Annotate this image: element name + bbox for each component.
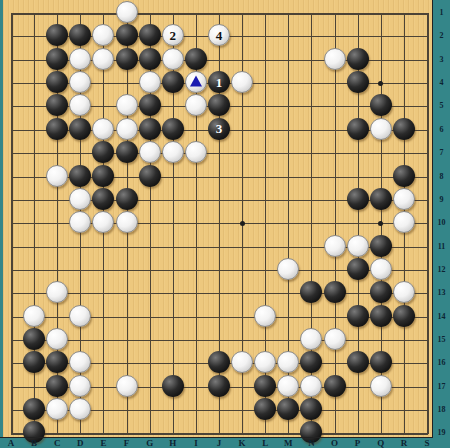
col-label-J: J — [209, 438, 229, 448]
white-stone-B14 — [23, 305, 45, 327]
white-stone-I4 — [185, 71, 207, 93]
white-stone-D4 — [69, 71, 91, 93]
row-label-13: 13 — [433, 288, 450, 297]
col-label-L: L — [255, 438, 275, 448]
black-stone-F7 — [116, 141, 138, 163]
row-label-4: 4 — [433, 78, 450, 87]
black-stone-P3 — [347, 48, 369, 70]
move-number-label: 3 — [208, 118, 230, 140]
star-point — [378, 221, 383, 226]
white-stone-F10 — [116, 211, 138, 233]
white-stone-Q12 — [370, 258, 392, 280]
row-label-2: 2 — [433, 31, 450, 40]
white-stone-D9 — [69, 188, 91, 210]
row-label-8: 8 — [433, 172, 450, 181]
white-stone-Q6 — [370, 118, 392, 140]
black-stone-E9 — [92, 188, 114, 210]
black-stone-F3 — [116, 48, 138, 70]
white-stone-C13 — [46, 281, 68, 303]
black-stone-E8 — [92, 165, 114, 187]
go-board[interactable]: 2413 — [3, 0, 432, 437]
white-stone-K16 — [231, 351, 253, 373]
black-stone-Q9 — [370, 188, 392, 210]
col-label-S: S — [417, 438, 437, 448]
black-stone-O13 — [324, 281, 346, 303]
star-point — [240, 221, 245, 226]
white-stone-E3 — [92, 48, 114, 70]
black-stone-C3 — [46, 48, 68, 70]
black-stone-H4 — [162, 71, 184, 93]
black-stone-Q13 — [370, 281, 392, 303]
row-label-12: 12 — [433, 265, 450, 274]
black-stone-C6 — [46, 118, 68, 140]
black-stone-Q16 — [370, 351, 392, 373]
col-label-F: F — [117, 438, 137, 448]
move-number-label: 1 — [208, 71, 230, 93]
white-stone-J2: 4 — [208, 24, 230, 46]
triangle-marker-icon — [190, 76, 202, 87]
white-stone-H2: 2 — [162, 24, 184, 46]
white-stone-M16 — [277, 351, 299, 373]
go-diagram: 2413 ABCDEFGHIJKLMNOPQRS1234567891011121… — [0, 0, 450, 448]
white-stone-R9 — [393, 188, 415, 210]
black-stone-H6 — [162, 118, 184, 140]
black-stone-G5 — [139, 94, 161, 116]
white-stone-C15 — [46, 328, 68, 350]
black-stone-O17 — [324, 375, 346, 397]
grid-line-vertical — [427, 13, 429, 434]
black-stone-R14 — [393, 305, 415, 327]
black-stone-C4 — [46, 71, 68, 93]
black-stone-C2 — [46, 24, 68, 46]
row-label-11: 11 — [433, 242, 450, 251]
black-stone-R6 — [393, 118, 415, 140]
white-stone-I5 — [185, 94, 207, 116]
black-stone-G3 — [139, 48, 161, 70]
white-stone-D10 — [69, 211, 91, 233]
black-stone-N16 — [300, 351, 322, 373]
black-stone-C17 — [46, 375, 68, 397]
black-stone-M18 — [277, 398, 299, 420]
white-stone-E6 — [92, 118, 114, 140]
row-label-10: 10 — [433, 218, 450, 227]
white-stone-F5 — [116, 94, 138, 116]
white-stone-E10 — [92, 211, 114, 233]
white-stone-K4 — [231, 71, 253, 93]
white-stone-O15 — [324, 328, 346, 350]
row-label-15: 15 — [433, 335, 450, 344]
black-stone-P9 — [347, 188, 369, 210]
white-stone-C18 — [46, 398, 68, 420]
col-label-D: D — [70, 438, 90, 448]
black-stone-N13 — [300, 281, 322, 303]
row-label-19: 19 — [433, 428, 450, 437]
col-label-E: E — [93, 438, 113, 448]
white-stone-F1 — [116, 1, 138, 23]
black-stone-J17 — [208, 375, 230, 397]
grid-line-horizontal — [11, 340, 428, 341]
white-stone-Q17 — [370, 375, 392, 397]
black-stone-P16 — [347, 351, 369, 373]
white-stone-M12 — [277, 258, 299, 280]
white-stone-D14 — [69, 305, 91, 327]
black-stone-J16 — [208, 351, 230, 373]
col-label-I: I — [186, 438, 206, 448]
col-label-C: C — [47, 438, 67, 448]
white-stone-F6 — [116, 118, 138, 140]
black-stone-F9 — [116, 188, 138, 210]
white-stone-G7 — [139, 141, 161, 163]
white-stone-N15 — [300, 328, 322, 350]
white-stone-M17 — [277, 375, 299, 397]
white-stone-C8 — [46, 165, 68, 187]
black-stone-J6: 3 — [208, 118, 230, 140]
black-stone-F2 — [116, 24, 138, 46]
white-stone-D17 — [69, 375, 91, 397]
black-stone-B15 — [23, 328, 45, 350]
white-stone-G4 — [139, 71, 161, 93]
row-label-9: 9 — [433, 195, 450, 204]
grid-line-vertical — [335, 13, 336, 434]
move-number-label: 2 — [163, 25, 183, 45]
black-stone-E7 — [92, 141, 114, 163]
grid-line-horizontal — [11, 433, 428, 435]
row-label-17: 17 — [433, 382, 450, 391]
black-stone-P4 — [347, 71, 369, 93]
white-stone-N17 — [300, 375, 322, 397]
col-label-Q: Q — [371, 438, 391, 448]
black-stone-D6 — [69, 118, 91, 140]
col-label-K: K — [232, 438, 252, 448]
black-stone-L17 — [254, 375, 276, 397]
col-label-N: N — [301, 438, 321, 448]
white-stone-D3 — [69, 48, 91, 70]
black-stone-P12 — [347, 258, 369, 280]
white-stone-F17 — [116, 375, 138, 397]
black-stone-B18 — [23, 398, 45, 420]
row-label-5: 5 — [433, 101, 450, 110]
black-stone-N18 — [300, 398, 322, 420]
col-label-O: O — [325, 438, 345, 448]
col-label-B: B — [24, 438, 44, 448]
black-stone-G2 — [139, 24, 161, 46]
col-label-R: R — [394, 438, 414, 448]
white-stone-L14 — [254, 305, 276, 327]
black-stone-Q11 — [370, 235, 392, 257]
white-stone-D5 — [69, 94, 91, 116]
white-stone-O3 — [324, 48, 346, 70]
white-stone-H7 — [162, 141, 184, 163]
black-stone-H17 — [162, 375, 184, 397]
black-stone-B16 — [23, 351, 45, 373]
white-stone-R10 — [393, 211, 415, 233]
col-label-H: H — [163, 438, 183, 448]
white-stone-E2 — [92, 24, 114, 46]
grid-line-horizontal — [11, 293, 428, 294]
black-stone-R8 — [393, 165, 415, 187]
white-stone-O11 — [324, 235, 346, 257]
black-stone-I3 — [185, 48, 207, 70]
black-stone-G6 — [139, 118, 161, 140]
black-stone-C5 — [46, 94, 68, 116]
row-label-6: 6 — [433, 125, 450, 134]
white-stone-L16 — [254, 351, 276, 373]
white-stone-H3 — [162, 48, 184, 70]
white-stone-I7 — [185, 141, 207, 163]
black-stone-J4: 1 — [208, 71, 230, 93]
black-stone-P6 — [347, 118, 369, 140]
black-stone-G8 — [139, 165, 161, 187]
black-stone-D8 — [69, 165, 91, 187]
black-stone-Q14 — [370, 305, 392, 327]
black-stone-L18 — [254, 398, 276, 420]
white-stone-D18 — [69, 398, 91, 420]
col-label-G: G — [140, 438, 160, 448]
col-label-P: P — [348, 438, 368, 448]
black-stone-J5 — [208, 94, 230, 116]
star-point — [378, 81, 383, 86]
col-label-M: M — [278, 438, 298, 448]
col-label-A: A — [1, 438, 21, 448]
black-stone-Q5 — [370, 94, 392, 116]
row-label-14: 14 — [433, 312, 450, 321]
row-label-1: 1 — [433, 8, 450, 17]
white-stone-P11 — [347, 235, 369, 257]
row-label-3: 3 — [433, 55, 450, 64]
white-stone-R13 — [393, 281, 415, 303]
black-stone-D2 — [69, 24, 91, 46]
row-label-7: 7 — [433, 148, 450, 157]
row-label-16: 16 — [433, 358, 450, 367]
move-number-label: 4 — [209, 25, 229, 45]
black-stone-C16 — [46, 351, 68, 373]
white-stone-D16 — [69, 351, 91, 373]
black-stone-P14 — [347, 305, 369, 327]
row-label-18: 18 — [433, 405, 450, 414]
